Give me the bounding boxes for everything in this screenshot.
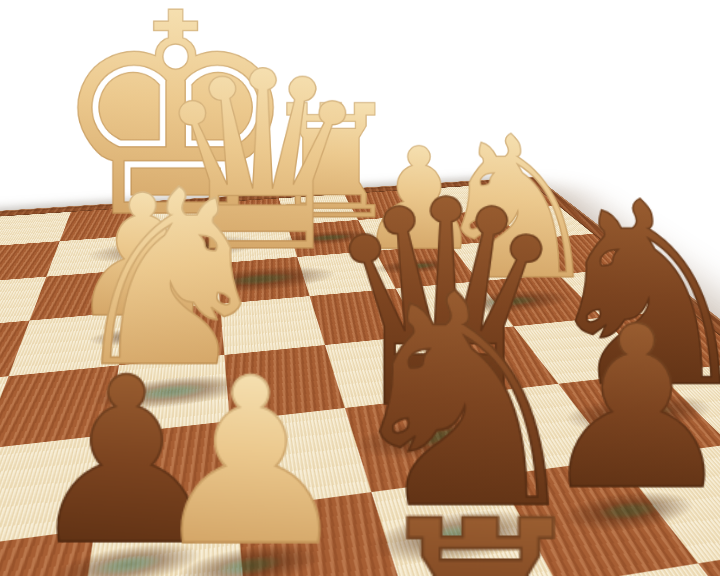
chess-board: ♚♜♛♟♞♟♞♛♞♟♟♞♜♟ — [0, 177, 720, 576]
dark-rook-glyph: ♜ — [365, 488, 597, 576]
board-pieces: ♚♜♛♟♞♟♞♛♞♟♟♞♜♟ — [0, 182, 720, 576]
photo-backdrop: ♚♜♛♟♞♟♞♛♞♟♟♞♜♟ — [0, 0, 720, 576]
board-scene: ♚♜♛♟♞♟♞♛♞♟♟♞♜♟ — [0, 0, 720, 576]
dark-rook-e1[interactable]: ♜ — [0, 488, 720, 576]
